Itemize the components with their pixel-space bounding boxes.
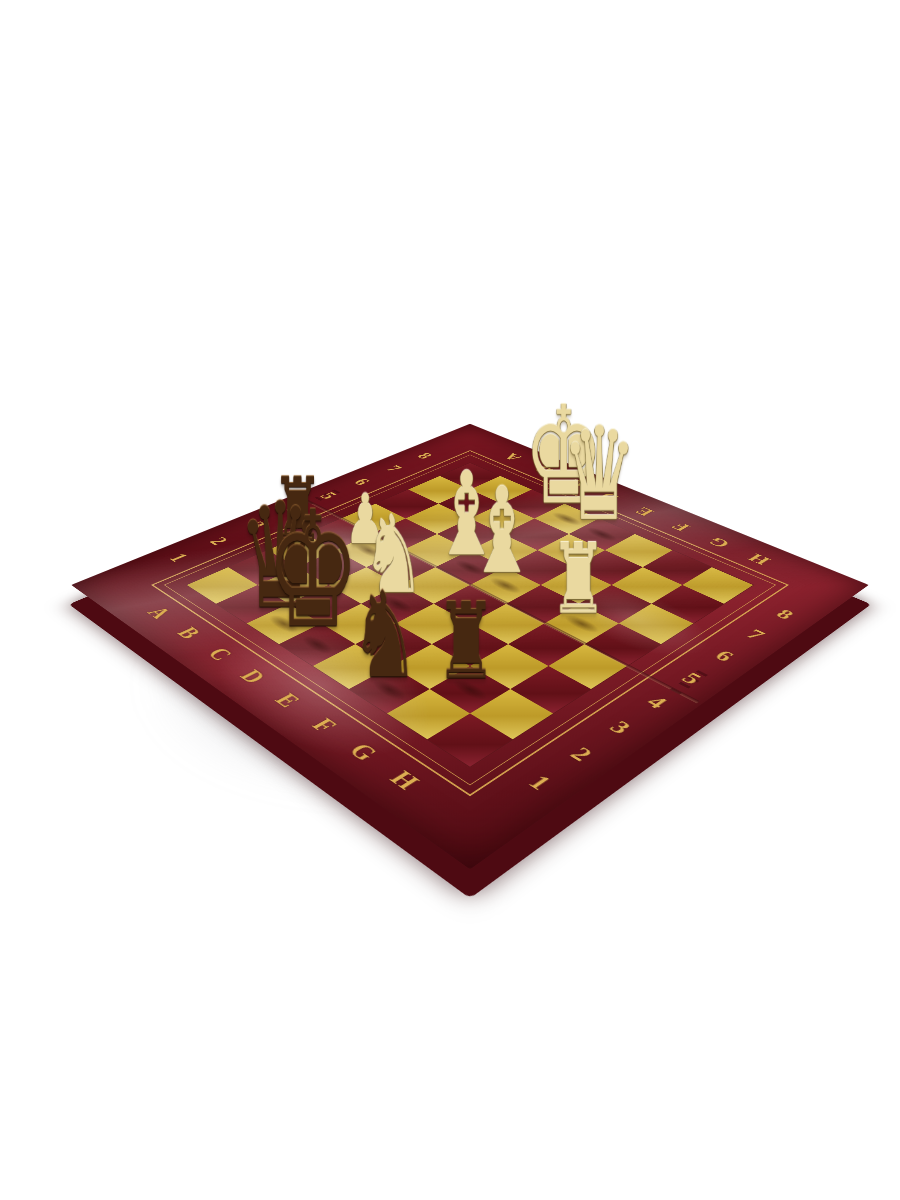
chess-board: AA11BB22CC33DD44EE55FF66GG77HH88♚♛♝♝♜♟♞♜… <box>71 424 869 870</box>
scene: AA11BB22CC33DD44EE55FF66GG77HH88♚♛♝♝♜♟♞♜… <box>42 0 861 1200</box>
black-knight-glyph: ♞ <box>302 579 467 692</box>
photo-background: AA11BB22CC33DD44EE55FF66GG77HH88♚♛♝♝♜♟♞♜… <box>0 0 900 1200</box>
